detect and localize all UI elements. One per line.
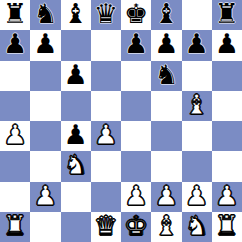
white-pawn[interactable]: ♟ xyxy=(154,182,178,211)
white-rook[interactable]: ♜ xyxy=(215,212,239,241)
square-d6[interactable] xyxy=(91,61,121,91)
black-pawn[interactable]: ♟ xyxy=(64,121,88,150)
white-knight[interactable]: ♞ xyxy=(185,212,209,241)
white-king[interactable]: ♚ xyxy=(124,212,148,241)
square-g2[interactable]: ♟ xyxy=(182,182,212,212)
square-d2[interactable] xyxy=(91,182,121,212)
square-g5[interactable]: ♝ xyxy=(182,91,212,121)
square-e8[interactable]: ♚ xyxy=(121,0,151,30)
square-c6[interactable]: ♟ xyxy=(61,61,91,91)
square-f1[interactable]: ♝ xyxy=(151,212,181,242)
square-d7[interactable] xyxy=(91,30,121,60)
white-pawn[interactable]: ♟ xyxy=(215,182,239,211)
square-b4[interactable] xyxy=(30,121,60,151)
square-c2[interactable] xyxy=(61,182,91,212)
black-rook[interactable]: ♜ xyxy=(3,0,27,29)
black-king[interactable]: ♚ xyxy=(124,0,148,29)
square-h2[interactable]: ♟ xyxy=(212,182,242,212)
square-g3[interactable] xyxy=(182,151,212,181)
square-f7[interactable]: ♟ xyxy=(151,30,181,60)
white-pawn[interactable]: ♟ xyxy=(124,182,148,211)
square-d3[interactable] xyxy=(91,151,121,181)
square-a7[interactable]: ♟ xyxy=(0,30,30,60)
square-f5[interactable] xyxy=(151,91,181,121)
black-bishop[interactable]: ♝ xyxy=(64,0,88,29)
black-pawn[interactable]: ♟ xyxy=(64,61,88,90)
square-c1[interactable] xyxy=(61,212,91,242)
square-b1[interactable] xyxy=(30,212,60,242)
square-h7[interactable]: ♟ xyxy=(212,30,242,60)
square-c7[interactable] xyxy=(61,30,91,60)
square-h3[interactable] xyxy=(212,151,242,181)
black-pawn[interactable]: ♟ xyxy=(154,30,178,59)
white-pawn[interactable]: ♟ xyxy=(185,182,209,211)
square-g8[interactable] xyxy=(182,0,212,30)
white-bishop[interactable]: ♝ xyxy=(185,91,209,120)
square-h5[interactable] xyxy=(212,91,242,121)
white-knight[interactable]: ♞ xyxy=(64,151,88,180)
black-pawn[interactable]: ♟ xyxy=(185,30,209,59)
square-b6[interactable] xyxy=(30,61,60,91)
square-e5[interactable] xyxy=(121,91,151,121)
square-a3[interactable] xyxy=(0,151,30,181)
square-h6[interactable] xyxy=(212,61,242,91)
white-pawn[interactable]: ♟ xyxy=(33,182,57,211)
square-a6[interactable] xyxy=(0,61,30,91)
black-pawn[interactable]: ♟ xyxy=(33,30,57,59)
square-b7[interactable]: ♟ xyxy=(30,30,60,60)
black-rook[interactable]: ♜ xyxy=(215,0,239,29)
black-pawn[interactable]: ♟ xyxy=(3,30,27,59)
square-d8[interactable]: ♛ xyxy=(91,0,121,30)
square-g1[interactable]: ♞ xyxy=(182,212,212,242)
square-d5[interactable] xyxy=(91,91,121,121)
square-e6[interactable] xyxy=(121,61,151,91)
black-knight[interactable]: ♞ xyxy=(154,61,178,90)
square-f3[interactable] xyxy=(151,151,181,181)
square-d4[interactable]: ♟ xyxy=(91,121,121,151)
square-e3[interactable] xyxy=(121,151,151,181)
square-c5[interactable] xyxy=(61,91,91,121)
square-e1[interactable]: ♚ xyxy=(121,212,151,242)
square-d1[interactable]: ♛ xyxy=(91,212,121,242)
chess-board: ♜♞♝♛♚♝♜♟♟♟♟♟♟♟♞♝♟♟♟♞♟♟♟♟♟♜♛♚♝♞♜ xyxy=(0,0,242,242)
square-a4[interactable]: ♟ xyxy=(0,121,30,151)
square-c3[interactable]: ♞ xyxy=(61,151,91,181)
square-e4[interactable] xyxy=(121,121,151,151)
square-g4[interactable] xyxy=(182,121,212,151)
square-e7[interactable]: ♟ xyxy=(121,30,151,60)
square-f6[interactable]: ♞ xyxy=(151,61,181,91)
white-bishop[interactable]: ♝ xyxy=(154,212,178,241)
square-h1[interactable]: ♜ xyxy=(212,212,242,242)
square-h8[interactable]: ♜ xyxy=(212,0,242,30)
black-queen[interactable]: ♛ xyxy=(94,0,118,29)
square-f8[interactable]: ♝ xyxy=(151,0,181,30)
white-rook[interactable]: ♜ xyxy=(3,212,27,241)
square-a8[interactable]: ♜ xyxy=(0,0,30,30)
black-pawn[interactable]: ♟ xyxy=(124,30,148,59)
black-knight[interactable]: ♞ xyxy=(33,0,57,29)
white-queen[interactable]: ♛ xyxy=(94,212,118,241)
square-b8[interactable]: ♞ xyxy=(30,0,60,30)
square-f2[interactable]: ♟ xyxy=(151,182,181,212)
square-a5[interactable] xyxy=(0,91,30,121)
square-h4[interactable] xyxy=(212,121,242,151)
square-e2[interactable]: ♟ xyxy=(121,182,151,212)
black-pawn[interactable]: ♟ xyxy=(215,30,239,59)
black-bishop[interactable]: ♝ xyxy=(154,0,178,29)
white-pawn[interactable]: ♟ xyxy=(3,121,27,150)
square-a1[interactable]: ♜ xyxy=(0,212,30,242)
square-g6[interactable] xyxy=(182,61,212,91)
white-pawn[interactable]: ♟ xyxy=(94,121,118,150)
square-b2[interactable]: ♟ xyxy=(30,182,60,212)
square-c8[interactable]: ♝ xyxy=(61,0,91,30)
square-f4[interactable] xyxy=(151,121,181,151)
square-b3[interactable] xyxy=(30,151,60,181)
square-c4[interactable]: ♟ xyxy=(61,121,91,151)
square-g7[interactable]: ♟ xyxy=(182,30,212,60)
square-b5[interactable] xyxy=(30,91,60,121)
square-a2[interactable] xyxy=(0,182,30,212)
